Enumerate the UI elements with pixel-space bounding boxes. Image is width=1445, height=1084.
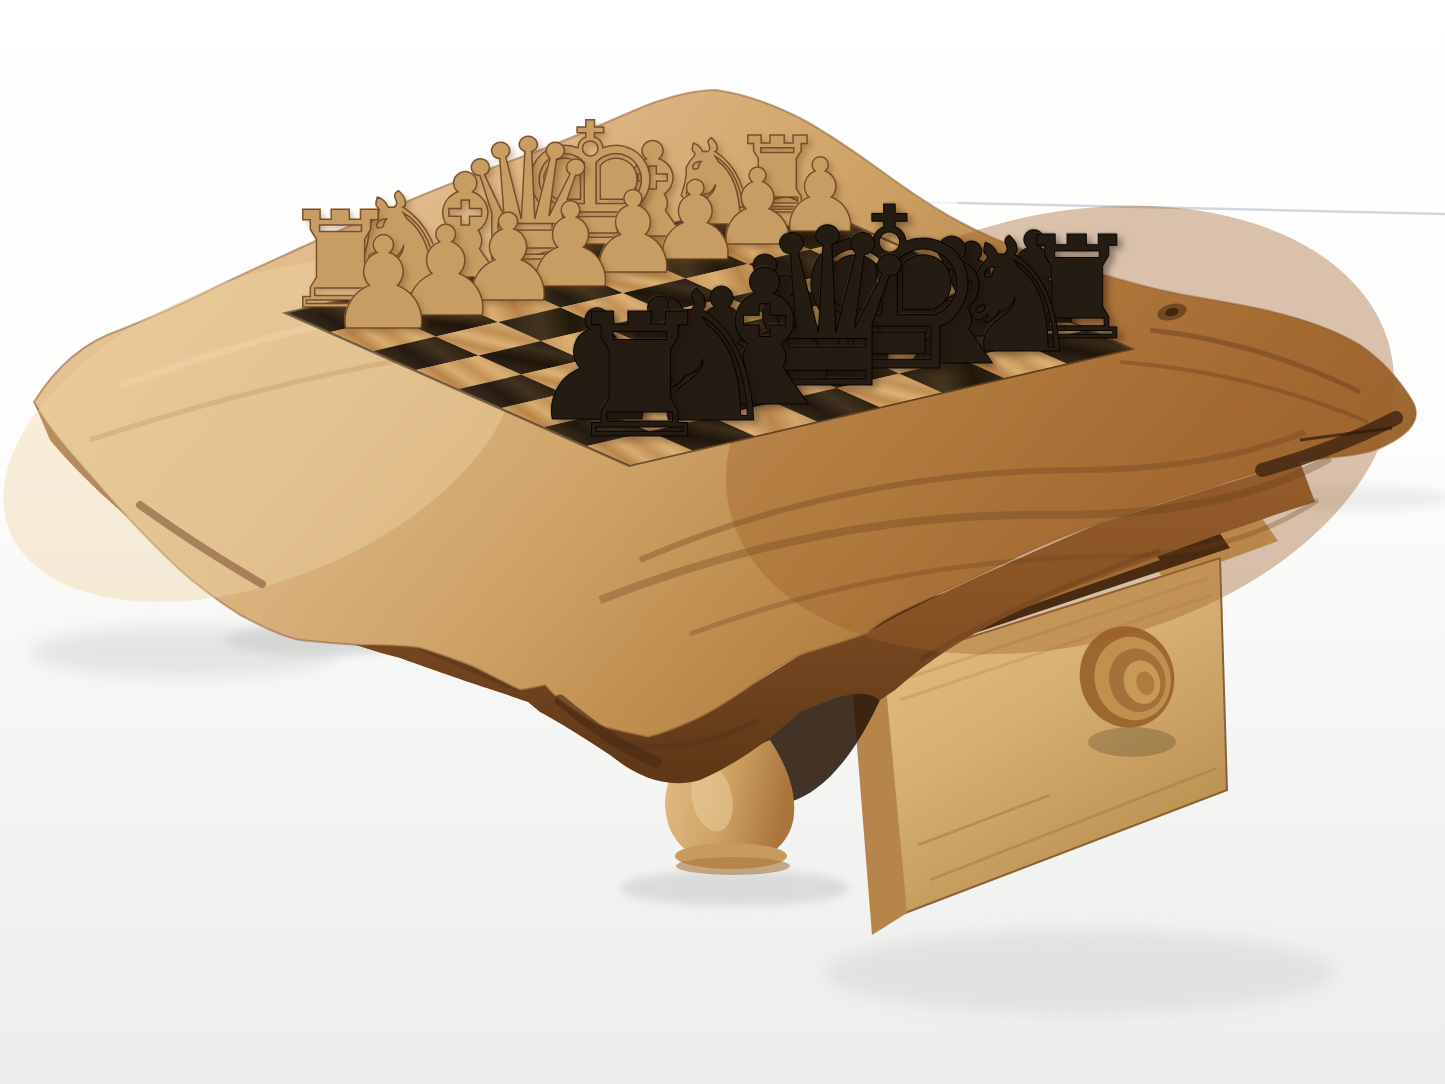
knob-shadow <box>1088 727 1176 757</box>
product-photo-scene: ♜♞♝♛♚♝♞♜♟♟♟♟♟♟♟♟♟♟♟♟♟♟♟♟♜♞♝♛♚♝♞♜ <box>0 0 1445 1084</box>
table-illustration <box>0 0 1445 1084</box>
